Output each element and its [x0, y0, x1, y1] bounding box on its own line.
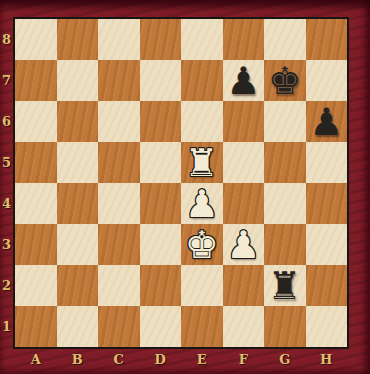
rank-label-8: 8: [0, 19, 13, 60]
square-g4[interactable]: [264, 183, 306, 224]
black-pawn[interactable]: ♟: [226, 62, 260, 100]
square-c6[interactable]: [98, 101, 140, 142]
square-e3[interactable]: ♚: [181, 224, 223, 265]
square-c3[interactable]: [98, 224, 140, 265]
rank-label-4: 4: [0, 183, 13, 224]
square-f2[interactable]: [223, 265, 265, 306]
square-e6[interactable]: [181, 101, 223, 142]
chess-board: ♟♚♟♜♟♚♟♜: [13, 17, 349, 349]
square-e5[interactable]: ♜: [181, 142, 223, 183]
square-b4[interactable]: [57, 183, 99, 224]
square-h4[interactable]: [306, 183, 348, 224]
square-g2[interactable]: ♜: [264, 265, 306, 306]
square-a4[interactable]: [15, 183, 57, 224]
square-e1[interactable]: [181, 306, 223, 347]
white-pawn[interactable]: ♟: [226, 226, 260, 264]
square-h3[interactable]: [306, 224, 348, 265]
square-a8[interactable]: [15, 19, 57, 60]
square-d8[interactable]: [140, 19, 182, 60]
square-g5[interactable]: [264, 142, 306, 183]
square-b5[interactable]: [57, 142, 99, 183]
black-rook[interactable]: ♜: [268, 267, 302, 305]
file-label-d: D: [140, 349, 182, 370]
square-d1[interactable]: [140, 306, 182, 347]
square-h5[interactable]: [306, 142, 348, 183]
square-a7[interactable]: [15, 60, 57, 101]
file-label-e: E: [181, 349, 223, 370]
square-g6[interactable]: [264, 101, 306, 142]
square-h2[interactable]: [306, 265, 348, 306]
white-rook[interactable]: ♜: [185, 144, 219, 182]
rank-labels: 87654321: [0, 19, 13, 347]
file-labels: ABCDEFGH: [15, 349, 347, 370]
square-h7[interactable]: [306, 60, 348, 101]
square-c4[interactable]: [98, 183, 140, 224]
file-label-h: H: [306, 349, 348, 370]
square-f3[interactable]: ♟: [223, 224, 265, 265]
square-h1[interactable]: [306, 306, 348, 347]
square-a2[interactable]: [15, 265, 57, 306]
file-label-g: G: [264, 349, 306, 370]
square-d7[interactable]: [140, 60, 182, 101]
square-f6[interactable]: [223, 101, 265, 142]
file-label-c: C: [98, 349, 140, 370]
square-c8[interactable]: [98, 19, 140, 60]
square-a5[interactable]: [15, 142, 57, 183]
black-pawn[interactable]: ♟: [309, 103, 343, 141]
square-f7[interactable]: ♟: [223, 60, 265, 101]
rank-label-2: 2: [0, 265, 13, 306]
square-f5[interactable]: [223, 142, 265, 183]
square-d3[interactable]: [140, 224, 182, 265]
square-f8[interactable]: [223, 19, 265, 60]
square-b1[interactable]: [57, 306, 99, 347]
file-label-b: B: [57, 349, 99, 370]
square-f4[interactable]: [223, 183, 265, 224]
square-e8[interactable]: [181, 19, 223, 60]
black-king[interactable]: ♚: [268, 62, 302, 100]
rank-label-6: 6: [0, 101, 13, 142]
square-a1[interactable]: [15, 306, 57, 347]
white-pawn[interactable]: ♟: [185, 185, 219, 223]
rank-label-7: 7: [0, 60, 13, 101]
square-h6[interactable]: ♟: [306, 101, 348, 142]
square-b8[interactable]: [57, 19, 99, 60]
square-d6[interactable]: [140, 101, 182, 142]
square-c5[interactable]: [98, 142, 140, 183]
rank-label-3: 3: [0, 224, 13, 265]
square-e7[interactable]: [181, 60, 223, 101]
rank-label-5: 5: [0, 142, 13, 183]
square-g7[interactable]: ♚: [264, 60, 306, 101]
square-g1[interactable]: [264, 306, 306, 347]
square-c1[interactable]: [98, 306, 140, 347]
square-a3[interactable]: [15, 224, 57, 265]
square-a6[interactable]: [15, 101, 57, 142]
square-b7[interactable]: [57, 60, 99, 101]
square-d5[interactable]: [140, 142, 182, 183]
square-b2[interactable]: [57, 265, 99, 306]
white-king[interactable]: ♚: [185, 226, 219, 264]
square-b6[interactable]: [57, 101, 99, 142]
square-b3[interactable]: [57, 224, 99, 265]
chess-board-frame: 87654321 ♟♚♟♜♟♚♟♜ ABCDEFGH: [0, 0, 370, 374]
square-e2[interactable]: [181, 265, 223, 306]
square-h8[interactable]: [306, 19, 348, 60]
file-label-a: A: [15, 349, 57, 370]
square-d4[interactable]: [140, 183, 182, 224]
square-f1[interactable]: [223, 306, 265, 347]
square-c7[interactable]: [98, 60, 140, 101]
square-g8[interactable]: [264, 19, 306, 60]
square-c2[interactable]: [98, 265, 140, 306]
rank-label-1: 1: [0, 306, 13, 347]
file-label-f: F: [223, 349, 265, 370]
square-e4[interactable]: ♟: [181, 183, 223, 224]
square-g3[interactable]: [264, 224, 306, 265]
square-d2[interactable]: [140, 265, 182, 306]
